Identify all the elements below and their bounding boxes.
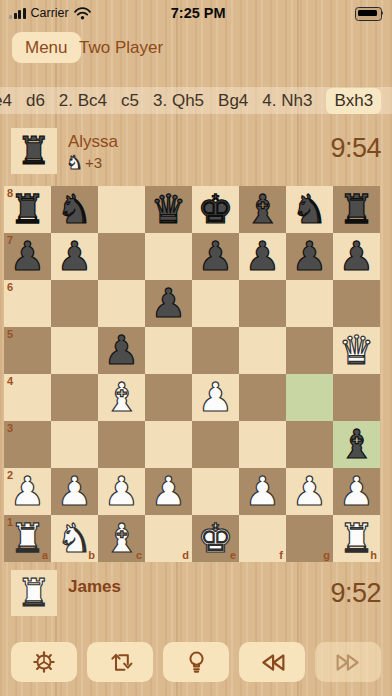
square-c1[interactable]: c♝ bbox=[98, 515, 145, 562]
square-b4[interactable] bbox=[51, 374, 98, 421]
material-advantage: ♞ +3 bbox=[66, 150, 102, 174]
black-pawn: ♟ bbox=[239, 233, 286, 280]
file-label-f: f bbox=[279, 549, 283, 561]
square-e4[interactable]: ♟ bbox=[192, 374, 239, 421]
flip-board-button[interactable] bbox=[87, 642, 153, 682]
square-f6[interactable] bbox=[239, 280, 286, 327]
rewind-icon bbox=[258, 648, 287, 677]
player-name-black: Alyssa bbox=[68, 132, 118, 152]
square-a6[interactable]: 6 bbox=[4, 280, 51, 327]
black-clock: 9:54 bbox=[330, 133, 381, 164]
move-3Qh5[interactable]: 3. Qh5 bbox=[153, 91, 204, 111]
square-d7[interactable] bbox=[145, 233, 192, 280]
square-f1[interactable]: f bbox=[239, 515, 286, 562]
square-g4[interactable] bbox=[286, 374, 333, 421]
square-h1[interactable]: h♜ bbox=[333, 515, 380, 562]
player-color-tile-white: ♜ bbox=[11, 570, 57, 616]
square-c5[interactable]: ♟ bbox=[98, 327, 145, 374]
move-list[interactable]: e4d62. Bc4c53. Qh5Bg44. Nh3Bxh3 bbox=[0, 87, 392, 114]
player-name-white: James bbox=[68, 577, 121, 597]
square-g8[interactable]: ♞ bbox=[286, 186, 333, 233]
square-e5[interactable] bbox=[192, 327, 239, 374]
move-Bxh3[interactable]: Bxh3 bbox=[326, 88, 381, 114]
black-pawn: ♟ bbox=[145, 280, 192, 327]
white-pawn: ♟ bbox=[98, 468, 145, 515]
black-pawn: ♟ bbox=[333, 233, 380, 280]
black-bishop: ♝ bbox=[333, 421, 380, 468]
gear-icon bbox=[30, 648, 58, 676]
file-label-g: g bbox=[323, 549, 330, 561]
square-d5[interactable] bbox=[145, 327, 192, 374]
square-g7[interactable]: ♟ bbox=[286, 233, 333, 280]
white-knight-icon: ♞ bbox=[66, 150, 83, 174]
square-g2[interactable]: ♟ bbox=[286, 468, 333, 515]
white-pawn: ♟ bbox=[192, 374, 239, 421]
move-2Bc4[interactable]: 2. Bc4 bbox=[59, 91, 107, 111]
move-4Nh3[interactable]: 4. Nh3 bbox=[262, 91, 312, 111]
file-label-d: d bbox=[182, 549, 189, 561]
forward-button[interactable] bbox=[315, 642, 381, 682]
square-d3[interactable] bbox=[145, 421, 192, 468]
black-bishop: ♝ bbox=[239, 186, 286, 233]
square-h5[interactable]: ♛ bbox=[333, 327, 380, 374]
cellular-signal-icon bbox=[9, 8, 26, 19]
page-title: Two Player bbox=[79, 30, 163, 65]
bottom-toolbar bbox=[0, 642, 392, 682]
white-pawn: ♟ bbox=[51, 468, 98, 515]
status-bar: Carrier 7:25 PM bbox=[0, 0, 392, 26]
square-f4[interactable] bbox=[239, 374, 286, 421]
square-e3[interactable] bbox=[192, 421, 239, 468]
square-f3[interactable] bbox=[239, 421, 286, 468]
square-c6[interactable] bbox=[98, 280, 145, 327]
file-label-c: c bbox=[136, 549, 142, 561]
square-a1[interactable]: 1a♜ bbox=[4, 515, 51, 562]
rank-label-1: 1 bbox=[7, 516, 13, 528]
nav-bar: Menu Two Player bbox=[0, 30, 392, 66]
settings-button[interactable] bbox=[11, 642, 77, 682]
file-label-h: h bbox=[370, 549, 377, 561]
square-d1[interactable]: d bbox=[145, 515, 192, 562]
square-c2[interactable]: ♟ bbox=[98, 468, 145, 515]
square-h2[interactable]: ♟ bbox=[333, 468, 380, 515]
carrier-label: Carrier bbox=[31, 6, 69, 20]
back-button[interactable] bbox=[239, 642, 305, 682]
square-b6[interactable] bbox=[51, 280, 98, 327]
square-c4[interactable]: ♝ bbox=[98, 374, 145, 421]
square-b3[interactable] bbox=[51, 421, 98, 468]
square-e1[interactable]: e♚ bbox=[192, 515, 239, 562]
square-d8[interactable]: ♛ bbox=[145, 186, 192, 233]
square-e6[interactable] bbox=[192, 280, 239, 327]
square-b1[interactable]: b♞ bbox=[51, 515, 98, 562]
square-e2[interactable] bbox=[192, 468, 239, 515]
move-d6[interactable]: d6 bbox=[26, 91, 45, 111]
square-a7[interactable]: 7♟ bbox=[4, 233, 51, 280]
black-pawn: ♟ bbox=[51, 233, 98, 280]
file-label-b: b bbox=[88, 549, 95, 561]
lightbulb-icon bbox=[183, 649, 210, 676]
white-clock: 9:52 bbox=[330, 578, 381, 609]
fast-forward-icon bbox=[334, 648, 363, 677]
clock-time: 7:25 PM bbox=[171, 0, 226, 26]
square-b2[interactable]: ♟ bbox=[51, 468, 98, 515]
chess-app: Carrier 7:25 PM Menu Two Player e4d62. B… bbox=[0, 0, 392, 696]
square-h7[interactable]: ♟ bbox=[333, 233, 380, 280]
white-pawn: ♟ bbox=[333, 468, 380, 515]
black-rook-icon: ♜ bbox=[17, 128, 51, 174]
square-b8[interactable]: ♞ bbox=[51, 186, 98, 233]
flip-icon bbox=[107, 649, 134, 676]
player-color-tile-black: ♜ bbox=[11, 128, 57, 174]
square-a8[interactable]: 8♜ bbox=[4, 186, 51, 233]
move-e4[interactable]: e4 bbox=[0, 91, 12, 111]
black-knight: ♞ bbox=[51, 186, 98, 233]
black-king: ♚ bbox=[192, 186, 239, 233]
square-b5[interactable] bbox=[51, 327, 98, 374]
square-c7[interactable] bbox=[98, 233, 145, 280]
square-a3[interactable]: 3 bbox=[4, 421, 51, 468]
square-g5[interactable] bbox=[286, 327, 333, 374]
square-d2[interactable]: ♟ bbox=[145, 468, 192, 515]
square-h8[interactable]: ♜ bbox=[333, 186, 380, 233]
rank-label-2: 2 bbox=[7, 469, 13, 481]
square-h4[interactable] bbox=[333, 374, 380, 421]
square-d4[interactable] bbox=[145, 374, 192, 421]
square-a4[interactable]: 4 bbox=[4, 374, 51, 421]
square-f2[interactable]: ♟ bbox=[239, 468, 286, 515]
player-row-black: ♜ Alyssa ♞ +3 9:54 bbox=[0, 126, 392, 178]
square-f5[interactable] bbox=[239, 327, 286, 374]
square-e8[interactable]: ♚ bbox=[192, 186, 239, 233]
battery-icon bbox=[355, 7, 384, 19]
square-f8[interactable]: ♝ bbox=[239, 186, 286, 233]
square-f7[interactable]: ♟ bbox=[239, 233, 286, 280]
rank-label-6: 6 bbox=[7, 281, 13, 293]
square-g1[interactable]: g bbox=[286, 515, 333, 562]
hint-button[interactable] bbox=[163, 642, 229, 682]
square-g3[interactable] bbox=[286, 421, 333, 468]
rank-label-7: 7 bbox=[7, 234, 13, 246]
black-queen: ♛ bbox=[145, 186, 192, 233]
move-c5[interactable]: c5 bbox=[121, 91, 139, 111]
chess-board[interactable]: 8♜♞♛♚♝♞♜7♟♟♟♟♟♟6♟5♟♛4♝♟3♝2♟♟♟♟♟♟♟1a♜b♞c♝… bbox=[4, 186, 380, 562]
square-c3[interactable] bbox=[98, 421, 145, 468]
square-d6[interactable]: ♟ bbox=[145, 280, 192, 327]
square-c8[interactable] bbox=[98, 186, 145, 233]
rank-label-8: 8 bbox=[7, 187, 13, 199]
material-value: +3 bbox=[85, 154, 102, 171]
square-b7[interactable]: ♟ bbox=[51, 233, 98, 280]
black-pawn: ♟ bbox=[286, 233, 333, 280]
white-pawn: ♟ bbox=[145, 468, 192, 515]
file-label-e: e bbox=[230, 549, 236, 561]
white-queen: ♛ bbox=[333, 327, 380, 374]
square-e7[interactable]: ♟ bbox=[192, 233, 239, 280]
square-h6[interactable] bbox=[333, 280, 380, 327]
rank-label-3: 3 bbox=[7, 422, 13, 434]
white-rook-icon: ♜ bbox=[17, 570, 51, 616]
white-bishop: ♝ bbox=[98, 374, 145, 421]
square-a5[interactable]: 5 bbox=[4, 327, 51, 374]
black-knight: ♞ bbox=[286, 186, 333, 233]
menu-button[interactable]: Menu bbox=[12, 32, 81, 63]
rank-label-5: 5 bbox=[7, 328, 13, 340]
square-g6[interactable] bbox=[286, 280, 333, 327]
square-a2[interactable]: 2♟ bbox=[4, 468, 51, 515]
player-row-white: ♜ James 9:52 bbox=[0, 568, 392, 620]
move-Bg4[interactable]: Bg4 bbox=[218, 91, 248, 111]
wifi-icon bbox=[74, 7, 91, 20]
black-rook: ♜ bbox=[333, 186, 380, 233]
black-pawn: ♟ bbox=[192, 233, 239, 280]
rank-label-4: 4 bbox=[7, 375, 13, 387]
white-pawn: ♟ bbox=[239, 468, 286, 515]
white-pawn: ♟ bbox=[286, 468, 333, 515]
square-h3[interactable]: ♝ bbox=[333, 421, 380, 468]
black-pawn: ♟ bbox=[98, 327, 145, 374]
file-label-a: a bbox=[42, 549, 48, 561]
